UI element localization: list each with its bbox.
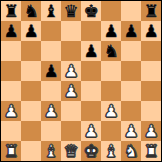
square-f3[interactable]: ♟ [101,101,121,121]
square-c1[interactable]: ♝ [41,141,61,161]
square-h6[interactable] [141,41,161,61]
square-c5[interactable]: ♟ [41,61,61,81]
square-g1[interactable]: ♞ [121,141,141,161]
square-d2[interactable] [61,121,81,141]
piece-white-rook[interactable]: ♜ [3,141,18,161]
square-e8[interactable]: ♚ [81,1,101,21]
piece-black-pawn[interactable]: ♟ [143,21,158,41]
square-a4[interactable] [1,81,21,101]
piece-white-bishop[interactable]: ♝ [103,141,118,161]
square-f8[interactable] [101,1,121,21]
piece-white-pawn[interactable]: ♟ [43,101,58,121]
piece-white-pawn[interactable]: ♟ [123,121,138,141]
piece-white-bishop[interactable]: ♝ [43,141,58,161]
square-h8[interactable]: ♜ [141,1,161,21]
piece-black-pawn[interactable]: ♟ [23,21,38,41]
piece-black-knight[interactable]: ♞ [103,41,118,61]
square-d1[interactable]: ♛ [61,141,81,161]
piece-black-pawn[interactable]: ♟ [83,41,98,61]
square-a8[interactable]: ♜ [1,1,21,21]
square-c7[interactable] [41,21,61,41]
piece-white-pawn[interactable]: ♟ [103,101,118,121]
square-f5[interactable] [101,61,121,81]
piece-black-knight[interactable]: ♞ [23,1,38,21]
square-g6[interactable] [121,41,141,61]
chess-board-frame: ♜♞♝♛♚♜♟♟♟♟♟♟♞♟♟♟♟♟♟♟♟♟♜♝♛♚♝♞♜ [0,0,162,162]
piece-white-king[interactable]: ♚ [83,141,98,161]
piece-white-pawn[interactable]: ♟ [3,101,18,121]
square-a3[interactable]: ♟ [1,101,21,121]
square-d4[interactable]: ♟ [61,81,81,101]
square-g8[interactable] [121,1,141,21]
piece-black-queen[interactable]: ♛ [63,1,78,21]
square-b2[interactable] [21,121,41,141]
square-e2[interactable]: ♟ [81,121,101,141]
square-e1[interactable]: ♚ [81,141,101,161]
piece-black-king[interactable]: ♚ [83,1,98,21]
square-g4[interactable] [121,81,141,101]
square-a1[interactable]: ♜ [1,141,21,161]
square-h4[interactable] [141,81,161,101]
square-b1[interactable] [21,141,41,161]
square-a2[interactable] [1,121,21,141]
piece-black-bishop[interactable]: ♝ [43,1,58,21]
piece-black-pawn[interactable]: ♟ [123,21,138,41]
square-g5[interactable] [121,61,141,81]
piece-white-pawn[interactable]: ♟ [63,81,78,101]
square-h5[interactable] [141,61,161,81]
square-g2[interactable]: ♟ [121,121,141,141]
square-h1[interactable]: ♜ [141,141,161,161]
piece-black-pawn[interactable]: ♟ [43,61,58,81]
square-f7[interactable]: ♟ [101,21,121,41]
piece-white-knight[interactable]: ♞ [123,141,138,161]
piece-white-rook[interactable]: ♜ [143,141,158,161]
square-b8[interactable]: ♞ [21,1,41,21]
piece-white-queen[interactable]: ♛ [63,141,78,161]
piece-black-pawn[interactable]: ♟ [3,21,18,41]
square-h3[interactable] [141,101,161,121]
square-d7[interactable] [61,21,81,41]
piece-black-pawn[interactable]: ♟ [103,21,118,41]
square-h2[interactable]: ♟ [141,121,161,141]
square-g3[interactable] [121,101,141,121]
square-a7[interactable]: ♟ [1,21,21,41]
square-a5[interactable] [1,61,21,81]
square-e3[interactable] [81,101,101,121]
square-b4[interactable] [21,81,41,101]
square-b3[interactable] [21,101,41,121]
square-c2[interactable] [41,121,61,141]
piece-white-pawn[interactable]: ♟ [83,121,98,141]
square-e4[interactable] [81,81,101,101]
square-c8[interactable]: ♝ [41,1,61,21]
square-c4[interactable] [41,81,61,101]
square-f4[interactable] [101,81,121,101]
square-f1[interactable]: ♝ [101,141,121,161]
piece-black-rook[interactable]: ♜ [143,1,158,21]
square-d8[interactable]: ♛ [61,1,81,21]
square-d6[interactable] [61,41,81,61]
square-e7[interactable] [81,21,101,41]
square-e6[interactable]: ♟ [81,41,101,61]
piece-white-pawn[interactable]: ♟ [63,61,78,81]
piece-black-rook[interactable]: ♜ [3,1,18,21]
piece-white-pawn[interactable]: ♟ [143,121,158,141]
square-a6[interactable] [1,41,21,61]
square-b5[interactable] [21,61,41,81]
square-g7[interactable]: ♟ [121,21,141,41]
square-d5[interactable]: ♟ [61,61,81,81]
square-e5[interactable] [81,61,101,81]
square-f6[interactable]: ♞ [101,41,121,61]
square-c6[interactable] [41,41,61,61]
square-c3[interactable]: ♟ [41,101,61,121]
square-b6[interactable] [21,41,41,61]
square-b7[interactable]: ♟ [21,21,41,41]
square-d3[interactable] [61,101,81,121]
square-h7[interactable]: ♟ [141,21,161,41]
square-f2[interactable] [101,121,121,141]
chess-board: ♜♞♝♛♚♜♟♟♟♟♟♟♞♟♟♟♟♟♟♟♟♟♜♝♛♚♝♞♜ [1,1,161,161]
